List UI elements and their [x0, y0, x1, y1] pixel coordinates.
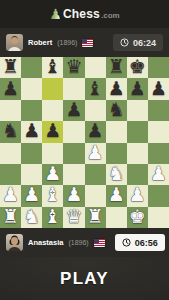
square-f5[interactable]	[106, 121, 127, 142]
clock-icon	[122, 238, 131, 247]
square-d1[interactable]: ♛	[63, 207, 84, 228]
white-king: ♚	[129, 207, 146, 226]
square-g6[interactable]	[127, 100, 148, 121]
square-a8[interactable]: ♜	[0, 57, 21, 78]
white-queen: ♛	[65, 207, 82, 226]
square-d8[interactable]: ♛	[63, 57, 84, 78]
square-f1[interactable]	[106, 207, 127, 228]
square-g3[interactable]	[127, 164, 148, 185]
white-pawn: ♟	[2, 185, 19, 204]
black-pawn: ♟	[150, 79, 167, 98]
black-rook: ♜	[2, 57, 19, 76]
app-header: ♟ Chess .com	[0, 0, 169, 28]
square-h3[interactable]: ♟	[148, 164, 169, 185]
square-e6[interactable]	[85, 100, 106, 121]
white-bishop: ♝	[44, 207, 61, 226]
white-pawn: ♟	[44, 164, 61, 183]
square-d7[interactable]	[63, 78, 84, 99]
square-b5[interactable]: ♟	[21, 121, 42, 142]
square-a5[interactable]: ♞	[0, 121, 21, 142]
square-f3[interactable]: ♞	[106, 164, 127, 185]
square-f2[interactable]: ♟	[106, 185, 127, 206]
square-a7[interactable]: ♟	[0, 78, 21, 99]
black-queen: ♛	[65, 57, 82, 76]
square-h1[interactable]	[148, 207, 169, 228]
chess-app-screen: ♟ Chess .com Robert (1896) 06:24 ♜♝♛♜♚♟♝…	[0, 0, 169, 300]
square-h2[interactable]	[148, 185, 169, 206]
square-b1[interactable]: ♞	[21, 207, 42, 228]
black-pawn: ♟	[2, 79, 19, 98]
square-d6[interactable]: ♟	[63, 100, 84, 121]
square-h7[interactable]: ♟	[148, 78, 169, 99]
black-pawn: ♟	[44, 121, 61, 140]
square-c3[interactable]: ♟	[42, 164, 63, 185]
opponent-avatar[interactable]	[6, 34, 23, 51]
black-knight: ♞	[2, 121, 19, 140]
square-g7[interactable]: ♟	[127, 78, 148, 99]
black-knight: ♞	[108, 100, 125, 119]
square-e8[interactable]	[85, 57, 106, 78]
square-e1[interactable]: ♜	[85, 207, 106, 228]
white-pawn: ♟	[65, 185, 82, 204]
opponent-clock: 06:24	[113, 34, 163, 51]
black-pawn: ♟	[87, 121, 104, 140]
white-rook: ♜	[87, 207, 104, 226]
play-section: PLAY	[0, 257, 169, 300]
us-flag-icon	[82, 39, 93, 47]
square-a1[interactable]: ♜	[0, 207, 21, 228]
player-rating: (1896)	[68, 239, 88, 246]
us-flag-icon	[94, 239, 105, 247]
black-rook: ♜	[108, 57, 125, 76]
square-a2[interactable]: ♟	[0, 185, 21, 206]
square-e7[interactable]: ♝	[85, 78, 106, 99]
square-h4[interactable]	[148, 143, 169, 164]
player-avatar[interactable]	[6, 234, 23, 251]
brand-name: Chess	[63, 7, 100, 21]
white-pawn: ♟	[87, 143, 104, 162]
black-bishop: ♝	[44, 57, 61, 76]
square-f6[interactable]: ♞	[106, 100, 127, 121]
opponent-player-bar[interactable]: Robert (1896) 06:24	[0, 28, 169, 57]
opponent-rating: (1896)	[57, 39, 77, 46]
white-pawn: ♟	[108, 185, 125, 204]
white-rook: ♜	[2, 207, 19, 226]
square-g4[interactable]	[127, 143, 148, 164]
square-a6[interactable]	[0, 100, 21, 121]
white-bishop: ♝	[44, 185, 61, 204]
square-h6[interactable]	[148, 100, 169, 121]
opponent-clock-time: 06:24	[133, 38, 156, 48]
opponent-name: Robert	[28, 38, 52, 47]
square-d4[interactable]	[63, 143, 84, 164]
clock-icon	[120, 38, 129, 47]
square-c7[interactable]	[42, 78, 63, 99]
square-c5[interactable]: ♟	[42, 121, 63, 142]
square-f7[interactable]: ♟	[106, 78, 127, 99]
player-clock-active: 06:56	[115, 234, 165, 251]
square-b6[interactable]	[21, 100, 42, 121]
brand-tld: .com	[101, 11, 120, 20]
square-b7[interactable]	[21, 78, 42, 99]
black-pawn: ♟	[129, 79, 146, 98]
white-pawn: ♟	[23, 185, 40, 204]
square-b3[interactable]	[21, 164, 42, 185]
white-pawn: ♟	[150, 164, 167, 183]
black-pawn: ♟	[65, 100, 82, 119]
square-h5[interactable]	[148, 121, 169, 142]
square-b8[interactable]	[21, 57, 42, 78]
square-f8[interactable]: ♜	[106, 57, 127, 78]
square-c2[interactable]: ♝	[42, 185, 63, 206]
square-d3[interactable]	[63, 164, 84, 185]
pawn-logo-icon: ♟	[49, 7, 62, 21]
player-name: Anastasia	[28, 238, 63, 247]
square-a3[interactable]	[0, 164, 21, 185]
square-d5[interactable]	[63, 121, 84, 142]
play-button[interactable]: PLAY	[60, 269, 109, 289]
white-knight: ♞	[23, 207, 40, 226]
player-clock-time: 06:56	[135, 238, 158, 248]
square-g5[interactable]	[127, 121, 148, 142]
chess-board[interactable]: ♜♝♛♜♚♟♝♟♟♟♟♞♞♟♟♟♟♟♞♟♟♟♝♟♟♟♜♞♝♛♜♚	[0, 57, 169, 228]
black-pawn: ♟	[23, 121, 40, 140]
square-g8[interactable]: ♚	[127, 57, 148, 78]
square-e4[interactable]: ♟	[85, 143, 106, 164]
white-pawn: ♟	[129, 185, 146, 204]
player-bar[interactable]: Anastasia (1896) 06:56	[0, 228, 169, 257]
square-d2[interactable]: ♟	[63, 185, 84, 206]
square-g2[interactable]: ♟	[127, 185, 148, 206]
square-e2[interactable]	[85, 185, 106, 206]
square-a4[interactable]	[0, 143, 21, 164]
square-e5[interactable]: ♟	[85, 121, 106, 142]
black-pawn: ♟	[108, 79, 125, 98]
black-bishop: ♝	[87, 79, 104, 98]
white-knight: ♞	[108, 164, 125, 183]
square-b2[interactable]: ♟	[21, 185, 42, 206]
square-c6[interactable]	[42, 100, 63, 121]
black-king: ♚	[129, 57, 146, 76]
square-g1[interactable]: ♚	[127, 207, 148, 228]
square-b4[interactable]	[21, 143, 42, 164]
square-h8[interactable]	[148, 57, 169, 78]
square-c4[interactable]	[42, 143, 63, 164]
square-c8[interactable]: ♝	[42, 57, 63, 78]
square-c1[interactable]: ♝	[42, 207, 63, 228]
square-e3[interactable]	[85, 164, 106, 185]
square-f4[interactable]	[106, 143, 127, 164]
